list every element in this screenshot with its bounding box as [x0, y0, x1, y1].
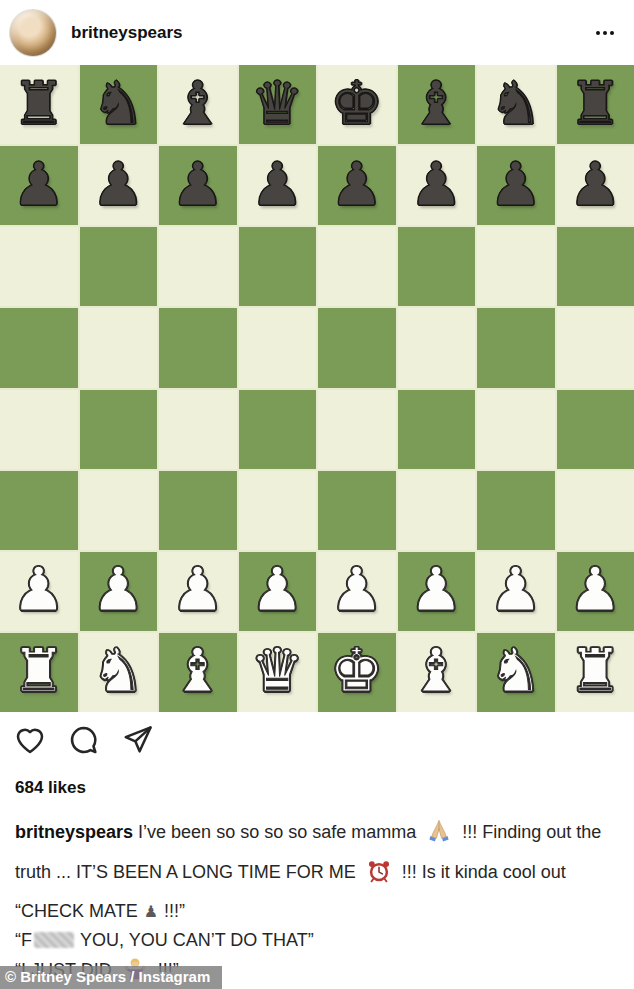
caption-line-2: truth ... IT’S BEEN A LONG TIME FOR ME !…	[15, 858, 619, 891]
square-e7: ♟	[318, 146, 396, 225]
square-a4	[0, 390, 78, 469]
square-d6	[239, 227, 317, 306]
square-g6	[477, 227, 555, 306]
square-g3	[477, 471, 555, 550]
folded-hands-emoji	[426, 818, 452, 851]
square-f6	[398, 227, 476, 306]
square-c2: ♟	[159, 552, 237, 631]
more-options-icon[interactable]	[592, 25, 618, 41]
square-g4	[477, 390, 555, 469]
censored-word-blur	[34, 932, 74, 948]
white-knight: ♞	[489, 640, 543, 700]
square-h7: ♟	[557, 146, 634, 225]
white-rook: ♜	[568, 640, 622, 700]
square-a2: ♟	[0, 552, 78, 631]
square-c8: ♝	[159, 65, 237, 144]
square-b5	[80, 308, 158, 387]
caption-text-3: “CHECK MATE	[15, 901, 138, 921]
pawn-glyph: ♟	[144, 902, 158, 921]
square-a3	[0, 471, 78, 550]
black-pawn: ♟	[489, 154, 543, 214]
square-a6	[0, 227, 78, 306]
post-header: britneyspears	[0, 0, 634, 65]
share-send-icon[interactable]	[122, 724, 154, 756]
white-pawn: ♟	[171, 559, 225, 619]
black-pawn: ♟	[330, 154, 384, 214]
white-pawn: ♟	[330, 559, 384, 619]
chess-board[interactable]: ♜♞♝♛♚♝♞♜♟♟♟♟♟♟♟♟♟♟♟♟♟♟♟♟♜♞♝♛♚♝♞♜	[0, 65, 634, 712]
square-a1: ♜	[0, 633, 78, 712]
caption-line-1: britneyspears I’ve been so so so so safe…	[15, 818, 619, 851]
white-pawn: ♟	[250, 559, 304, 619]
square-d8: ♛	[239, 65, 317, 144]
black-rook: ♜	[568, 73, 622, 133]
square-d1: ♛	[239, 633, 317, 712]
square-a8: ♜	[0, 65, 78, 144]
square-f7: ♟	[398, 146, 476, 225]
square-h4	[557, 390, 634, 469]
square-d2: ♟	[239, 552, 317, 631]
caption: britneyspears I’ve been so so so so safe…	[0, 798, 634, 989]
square-g7: ♟	[477, 146, 555, 225]
square-g5	[477, 308, 555, 387]
caption-text-2: truth ... IT’S BEEN A LONG TIME FOR ME	[15, 862, 356, 882]
black-pawn: ♟	[12, 154, 66, 214]
caption-text-4: “F	[15, 930, 32, 950]
square-c4	[159, 390, 237, 469]
square-e1: ♚	[318, 633, 396, 712]
caption-text-1: I’ve been so so so so safe mamma	[138, 822, 416, 842]
white-knight: ♞	[91, 640, 145, 700]
black-pawn: ♟	[171, 154, 225, 214]
square-a5	[0, 308, 78, 387]
square-h1: ♜	[557, 633, 634, 712]
black-rook: ♜	[12, 73, 66, 133]
square-h5	[557, 308, 634, 387]
square-c3	[159, 471, 237, 550]
white-bishop: ♝	[409, 640, 463, 700]
square-f2: ♟	[398, 552, 476, 631]
square-d4	[239, 390, 317, 469]
square-f1: ♝	[398, 633, 476, 712]
black-queen: ♛	[250, 73, 304, 133]
alarm-clock-emoji	[366, 858, 392, 891]
black-knight: ♞	[91, 73, 145, 133]
square-c6	[159, 227, 237, 306]
square-f5	[398, 308, 476, 387]
comment-icon[interactable]	[68, 724, 100, 756]
square-e6	[318, 227, 396, 306]
caption-text-1b: !!! Finding out the	[462, 822, 601, 842]
white-pawn: ♟	[409, 559, 463, 619]
black-knight: ♞	[489, 73, 543, 133]
caption-text-4b: YOU, YOU CAN’T DO THAT”	[80, 930, 314, 950]
square-h8: ♜	[557, 65, 634, 144]
square-b3	[80, 471, 158, 550]
square-d3	[239, 471, 317, 550]
square-e8: ♚	[318, 65, 396, 144]
black-pawn: ♟	[91, 154, 145, 214]
white-pawn: ♟	[489, 559, 543, 619]
square-e3	[318, 471, 396, 550]
square-g2: ♟	[477, 552, 555, 631]
square-g1: ♞	[477, 633, 555, 712]
caption-text-2b: !!! Is it kinda cool out	[402, 862, 566, 882]
square-d5	[239, 308, 317, 387]
white-queen: ♛	[250, 640, 304, 700]
caption-text-3b: !!!”	[164, 901, 185, 921]
square-c5	[159, 308, 237, 387]
caption-line-3: “CHECK MATE♟!!!”	[15, 898, 619, 924]
square-f4	[398, 390, 476, 469]
black-pawn: ♟	[568, 154, 622, 214]
black-pawn: ♟	[250, 154, 304, 214]
instagram-post: britneyspears ♜♞♝♛♚♝♞♜♟♟♟♟♟♟♟♟♟♟♟♟♟♟♟♟♜♞…	[0, 0, 634, 989]
square-b6	[80, 227, 158, 306]
square-b4	[80, 390, 158, 469]
caption-username[interactable]: britneyspears	[15, 822, 133, 842]
white-rook: ♜	[12, 640, 66, 700]
black-bishop: ♝	[171, 73, 225, 133]
white-pawn: ♟	[91, 559, 145, 619]
square-h2: ♟	[557, 552, 634, 631]
header-username[interactable]: britneyspears	[71, 23, 183, 43]
like-heart-icon[interactable]	[14, 724, 46, 756]
square-h3	[557, 471, 634, 550]
square-c7: ♟	[159, 146, 237, 225]
black-pawn: ♟	[409, 154, 463, 214]
black-bishop: ♝	[409, 73, 463, 133]
likes-count[interactable]: 684 likes	[0, 758, 634, 798]
white-bishop: ♝	[171, 640, 225, 700]
square-g8: ♞	[477, 65, 555, 144]
action-bar	[0, 712, 634, 758]
photo-credit-watermark: © Britney Spears / Instagram	[0, 966, 222, 989]
caption-line-4: “FYOU, YOU CAN’T DO THAT”	[15, 927, 619, 953]
square-e2: ♟	[318, 552, 396, 631]
square-a7: ♟	[0, 146, 78, 225]
square-b8: ♞	[80, 65, 158, 144]
square-e5	[318, 308, 396, 387]
avatar[interactable]	[10, 10, 56, 56]
white-pawn: ♟	[12, 559, 66, 619]
square-b2: ♟	[80, 552, 158, 631]
square-c1: ♝	[159, 633, 237, 712]
square-b7: ♟	[80, 146, 158, 225]
white-king: ♚	[330, 640, 384, 700]
square-d7: ♟	[239, 146, 317, 225]
square-f3	[398, 471, 476, 550]
square-f8: ♝	[398, 65, 476, 144]
square-h6	[557, 227, 634, 306]
square-e4	[318, 390, 396, 469]
square-b1: ♞	[80, 633, 158, 712]
white-pawn: ♟	[568, 559, 622, 619]
black-king: ♚	[330, 73, 384, 133]
